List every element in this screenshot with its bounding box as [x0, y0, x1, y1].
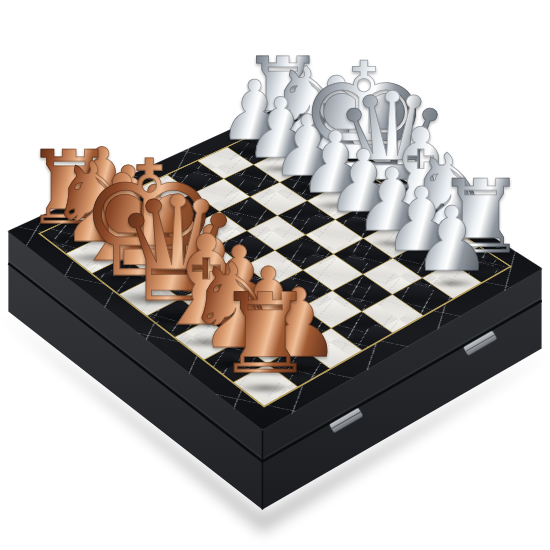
chess-set-scene: ♜♞♝♚♛♝♞♜♟♟♟♟♟♟♟♟♟♟♟♟♟♟♟♟♜♞♝♚♛♝♞♜: [0, 0, 550, 550]
